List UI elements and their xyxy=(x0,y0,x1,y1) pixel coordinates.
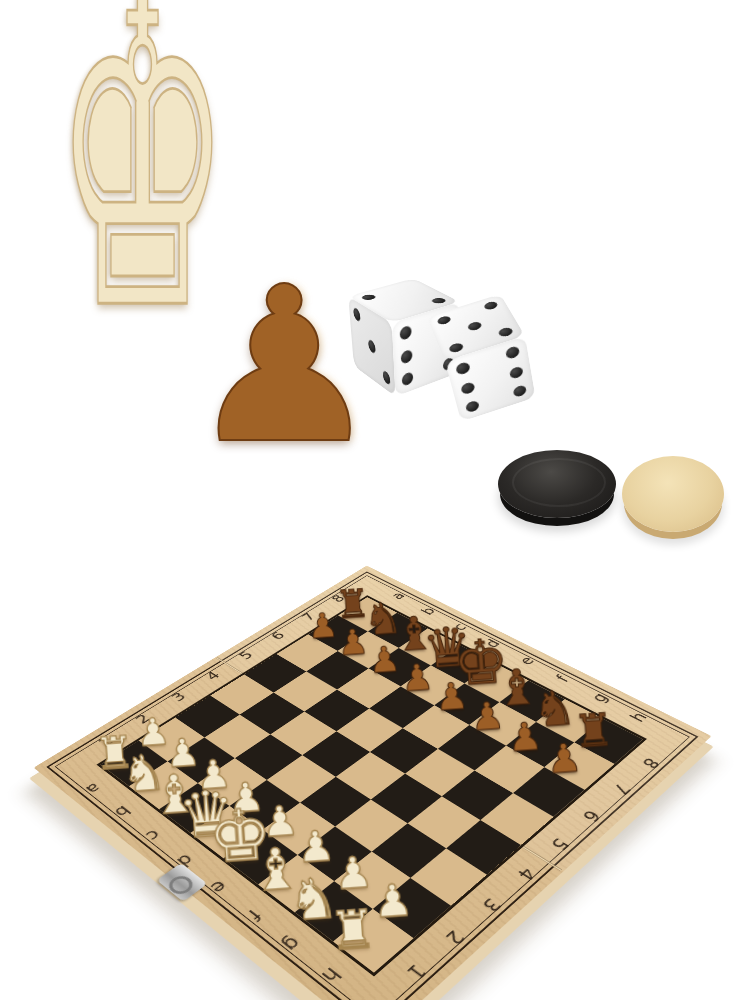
die-pip xyxy=(448,342,465,354)
die-pip xyxy=(505,345,520,360)
checker-wood-piece[interactable] xyxy=(622,456,724,532)
die-pip xyxy=(509,365,524,379)
die-pip xyxy=(401,372,413,388)
die-pip xyxy=(460,381,475,395)
die-pip xyxy=(498,326,515,338)
die-pip xyxy=(483,300,499,310)
die-pip xyxy=(454,361,470,376)
product-photo-canvas: ♚ ♟ abcdefgh abcdefgh 87654321 87654321 … xyxy=(0,0,750,1000)
die-pip xyxy=(466,320,482,331)
chess-board-scene: abcdefgh abcdefgh 87654321 87654321 ♜♞♝♛… xyxy=(114,496,626,1000)
die-pip xyxy=(465,400,480,414)
die-pip xyxy=(430,297,449,304)
die-pip xyxy=(353,306,361,322)
die-pip xyxy=(359,294,377,301)
piece-white-rook-h1[interactable]: ♜ xyxy=(306,901,400,960)
die-pip xyxy=(383,370,391,387)
board-grid: ♜♞♝♛♚♝♞♜♟♟♟♟♟♟♟♟♟♟♟♟♟♟♟♟♜♞♝♛♚♝♞♜ xyxy=(101,597,643,972)
die-pip xyxy=(400,348,412,364)
dice-group xyxy=(350,280,570,440)
display-brown-pawn: ♟ xyxy=(188,258,338,468)
die-pip xyxy=(368,337,376,354)
chess-board: abcdefgh abcdefgh 87654321 87654321 ♜♞♝♛… xyxy=(34,566,712,1000)
die-pip xyxy=(399,324,411,340)
piece-black-pawn-h7[interactable]: ♟ xyxy=(523,736,604,781)
die-1[interactable] xyxy=(366,296,444,374)
die-pip xyxy=(436,315,452,326)
die-pip xyxy=(513,384,527,398)
die-2[interactable] xyxy=(442,318,520,396)
